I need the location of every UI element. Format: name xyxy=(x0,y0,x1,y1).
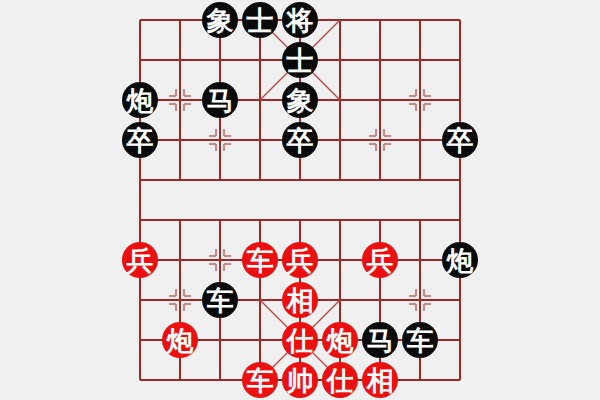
piece-red-cannon[interactable]: 炮 xyxy=(322,322,358,358)
piece-black-advisor[interactable]: 士 xyxy=(282,42,318,78)
piece-black-soldier[interactable]: 卒 xyxy=(442,122,478,158)
piece-red-soldier[interactable]: 兵 xyxy=(362,242,398,278)
piece-black-elephant[interactable]: 象 xyxy=(282,82,318,118)
piece-black-horse[interactable]: 马 xyxy=(202,82,238,118)
piece-red-soldier[interactable]: 兵 xyxy=(282,242,318,278)
piece-black-chariot[interactable]: 车 xyxy=(402,322,438,358)
piece-black-soldier[interactable]: 卒 xyxy=(122,122,158,158)
piece-red-elephant[interactable]: 相 xyxy=(362,362,398,398)
piece-red-advisor[interactable]: 仕 xyxy=(322,362,358,398)
piece-black-chariot[interactable]: 车 xyxy=(202,282,238,318)
piece-black-horse[interactable]: 马 xyxy=(362,322,398,358)
piece-black-cannon[interactable]: 炮 xyxy=(122,82,158,118)
pieces-layer: 象士将士炮马象卒卒卒炮车马车兵车兵兵相炮仕炮车帅仕相 xyxy=(120,0,480,400)
piece-black-soldier[interactable]: 卒 xyxy=(282,122,318,158)
piece-red-soldier[interactable]: 兵 xyxy=(122,242,158,278)
piece-red-chariot[interactable]: 车 xyxy=(242,242,278,278)
piece-red-advisor[interactable]: 仕 xyxy=(282,322,318,358)
piece-red-chariot[interactable]: 车 xyxy=(242,362,278,398)
piece-black-king[interactable]: 将 xyxy=(282,2,318,38)
piece-red-elephant[interactable]: 相 xyxy=(282,282,318,318)
piece-red-cannon[interactable]: 炮 xyxy=(162,322,198,358)
piece-black-elephant[interactable]: 象 xyxy=(202,2,238,38)
piece-black-cannon[interactable]: 炮 xyxy=(442,242,478,278)
xiangqi-app: 象士将士炮马象卒卒卒炮车马车兵车兵兵相炮仕炮车帅仕相 xyxy=(0,0,600,400)
piece-black-advisor[interactable]: 士 xyxy=(242,2,278,38)
piece-red-king[interactable]: 帅 xyxy=(282,362,318,398)
